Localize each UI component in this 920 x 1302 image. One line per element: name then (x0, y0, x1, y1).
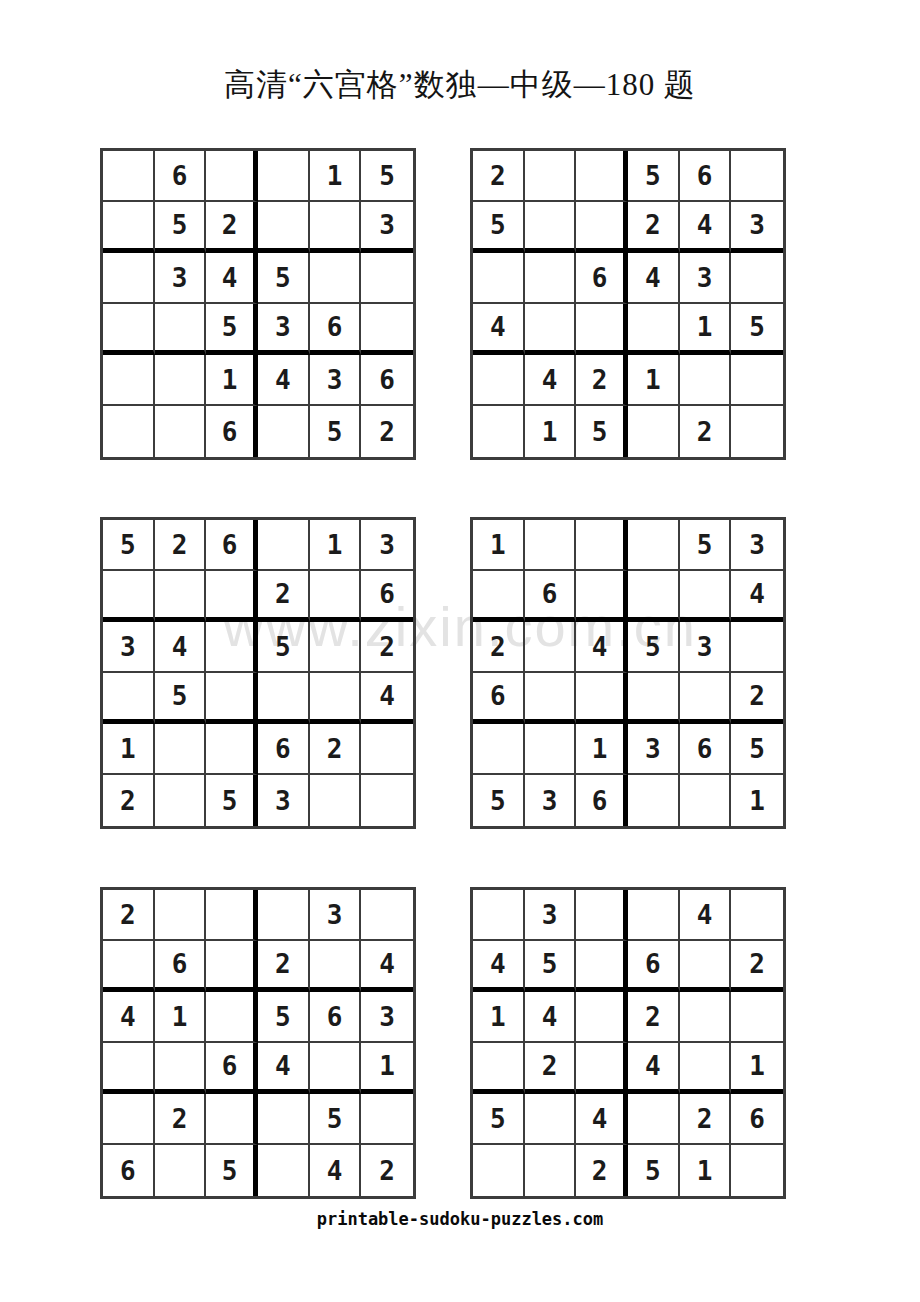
sudoku-cell (628, 1094, 680, 1145)
sudoku-cell (258, 151, 310, 202)
sudoku-board-5: 2362441563641256542 (100, 887, 416, 1199)
sudoku-cell: 5 (258, 992, 310, 1043)
sudoku-cell (361, 304, 413, 355)
sudoku-cell: 3 (103, 622, 155, 673)
sudoku-cell: 2 (361, 622, 413, 673)
sudoku-cell (310, 622, 362, 673)
sudoku-cell: 3 (525, 775, 577, 826)
sudoku-cell (473, 890, 525, 941)
sudoku-cell: 1 (473, 992, 525, 1043)
sudoku-cell (628, 406, 680, 457)
sudoku-cell: 6 (525, 571, 577, 622)
sudoku-cell: 5 (258, 253, 310, 304)
sudoku-cell (731, 355, 783, 406)
sudoku-cell: 6 (576, 253, 628, 304)
sudoku-cell (680, 775, 732, 826)
sudoku-cell (731, 890, 783, 941)
sudoku-cell: 4 (473, 941, 525, 992)
sudoku-cell (473, 355, 525, 406)
sudoku-cell (258, 890, 310, 941)
sudoku-cell: 5 (731, 304, 783, 355)
sudoku-cell: 5 (310, 406, 362, 457)
sudoku-cell (731, 151, 783, 202)
sudoku-cell (258, 673, 310, 724)
sudoku-cell: 2 (628, 202, 680, 253)
sudoku-cell: 1 (576, 724, 628, 775)
sudoku-cell: 2 (155, 520, 207, 571)
sudoku-cell (103, 355, 155, 406)
sudoku-cell (473, 1145, 525, 1196)
sudoku-cell (576, 890, 628, 941)
sudoku-cell (155, 304, 207, 355)
sudoku-cell: 5 (473, 1094, 525, 1145)
sudoku-cell: 3 (525, 890, 577, 941)
sudoku-cell: 5 (206, 1145, 258, 1196)
sudoku-cell (628, 673, 680, 724)
sudoku-cell (731, 1145, 783, 1196)
sudoku-cell: 4 (258, 355, 310, 406)
sudoku-cell (310, 775, 362, 826)
sudoku-cell (310, 1043, 362, 1094)
sudoku-cell (155, 890, 207, 941)
sudoku-cell (576, 992, 628, 1043)
sudoku-cell (103, 571, 155, 622)
sudoku-cell: 1 (103, 724, 155, 775)
sudoku-cell: 5 (628, 1145, 680, 1196)
sudoku-cell (628, 571, 680, 622)
sudoku-cell (628, 775, 680, 826)
sudoku-cell: 2 (361, 406, 413, 457)
sudoku-cell (525, 622, 577, 673)
sudoku-board-6: 3445621422415426251 (470, 887, 786, 1199)
sudoku-cell (525, 673, 577, 724)
sudoku-cell (576, 941, 628, 992)
sudoku-cell (525, 202, 577, 253)
sudoku-cell: 2 (576, 355, 628, 406)
sudoku-cell (473, 253, 525, 304)
sudoku-cell (310, 941, 362, 992)
sudoku-cell: 3 (731, 520, 783, 571)
sudoku-cell: 5 (628, 622, 680, 673)
sudoku-cell: 4 (628, 253, 680, 304)
sudoku-cell: 1 (731, 1043, 783, 1094)
sudoku-cell: 3 (731, 202, 783, 253)
sudoku-cell: 4 (628, 1043, 680, 1094)
sudoku-cell: 3 (258, 304, 310, 355)
sudoku-cell: 6 (576, 775, 628, 826)
sudoku-cell (258, 1145, 310, 1196)
sudoku-cell: 5 (576, 406, 628, 457)
sudoku-cell (525, 1145, 577, 1196)
sudoku-cell: 5 (155, 673, 207, 724)
sudoku-cell (473, 406, 525, 457)
sudoku-cell (731, 253, 783, 304)
sudoku-cell: 5 (731, 724, 783, 775)
sudoku-cell: 1 (310, 520, 362, 571)
sudoku-cell (361, 890, 413, 941)
sudoku-cell (155, 724, 207, 775)
sudoku-cell (680, 673, 732, 724)
sudoku-cell: 2 (155, 1094, 207, 1145)
sudoku-cell (258, 406, 310, 457)
sudoku-cell (680, 571, 732, 622)
sudoku-cell: 3 (361, 992, 413, 1043)
sudoku-cell (206, 571, 258, 622)
sudoku-cell: 6 (310, 304, 362, 355)
sudoku-cell (525, 724, 577, 775)
sudoku-cell: 2 (628, 992, 680, 1043)
sudoku-cell: 2 (258, 941, 310, 992)
sudoku-cell (576, 673, 628, 724)
sudoku-cell (103, 151, 155, 202)
sudoku-cell (576, 151, 628, 202)
sudoku-cell: 1 (206, 355, 258, 406)
sudoku-cell: 4 (576, 1094, 628, 1145)
sudoku-cell: 3 (680, 253, 732, 304)
sudoku-cell (206, 890, 258, 941)
sudoku-cell: 5 (206, 304, 258, 355)
sudoku-cell (310, 253, 362, 304)
sudoku-cell: 2 (680, 406, 732, 457)
sudoku-cell: 4 (103, 992, 155, 1043)
sudoku-cell: 4 (310, 1145, 362, 1196)
sudoku-cell (155, 1145, 207, 1196)
sudoku-cell: 4 (525, 355, 577, 406)
sudoku-cell (525, 1094, 577, 1145)
sudoku-cell (525, 253, 577, 304)
sudoku-cell (628, 304, 680, 355)
sudoku-cell: 2 (258, 571, 310, 622)
sudoku-cell: 3 (628, 724, 680, 775)
sudoku-cell: 2 (310, 724, 362, 775)
sudoku-cell: 4 (473, 304, 525, 355)
sudoku-cell (361, 775, 413, 826)
sudoku-cell: 6 (206, 1043, 258, 1094)
footer-url: printable-sudoku-puzzles.com (0, 1209, 920, 1229)
sudoku-cell: 6 (155, 941, 207, 992)
sudoku-cell: 6 (155, 151, 207, 202)
sudoku-cell: 5 (473, 775, 525, 826)
sudoku-cell: 5 (103, 520, 155, 571)
sudoku-cell: 2 (525, 1043, 577, 1094)
sudoku-cell: 4 (361, 941, 413, 992)
sudoku-cell: 1 (731, 775, 783, 826)
sudoku-cell (680, 1043, 732, 1094)
sudoku-cell: 6 (310, 992, 362, 1043)
sudoku-cell: 2 (473, 622, 525, 673)
sudoku-cell (155, 406, 207, 457)
sudoku-cell: 4 (206, 253, 258, 304)
sudoku-cell: 1 (473, 520, 525, 571)
sudoku-cell: 5 (361, 151, 413, 202)
sudoku-cell: 6 (628, 941, 680, 992)
sudoku-cell (628, 890, 680, 941)
sudoku-cell (576, 1043, 628, 1094)
sudoku-cell (361, 253, 413, 304)
sudoku-cell (155, 355, 207, 406)
sudoku-cell: 5 (206, 775, 258, 826)
sudoku-cell: 5 (473, 202, 525, 253)
page-title: 高清“六宫格”数独—中级—180 题 (0, 64, 920, 106)
sudoku-cell (103, 406, 155, 457)
sudoku-cell: 4 (155, 622, 207, 673)
sudoku-cell: 5 (680, 520, 732, 571)
sudoku-cell (103, 1043, 155, 1094)
sudoku-cell: 2 (103, 890, 155, 941)
sudoku-cell (206, 1094, 258, 1145)
sudoku-cell: 6 (361, 571, 413, 622)
sudoku-cell: 3 (258, 775, 310, 826)
sudoku-cell (206, 941, 258, 992)
sudoku-cell (731, 406, 783, 457)
sudoku-cell: 2 (206, 202, 258, 253)
sudoku-cell: 2 (731, 941, 783, 992)
sudoku-cell: 2 (576, 1145, 628, 1196)
sudoku-cell (361, 1094, 413, 1145)
sudoku-cell (103, 304, 155, 355)
sudoku-cell: 2 (680, 1094, 732, 1145)
sudoku-cell (473, 1043, 525, 1094)
sudoku-cell: 2 (361, 1145, 413, 1196)
sudoku-cell (103, 202, 155, 253)
sudoku-cell: 1 (680, 1145, 732, 1196)
sudoku-cell: 4 (258, 1043, 310, 1094)
sudoku-cell: 6 (258, 724, 310, 775)
sudoku-cell: 5 (155, 202, 207, 253)
sudoku-cell: 4 (576, 622, 628, 673)
sudoku-cell: 5 (628, 151, 680, 202)
sudoku-cell (680, 941, 732, 992)
sudoku-cell: 5 (525, 941, 577, 992)
sudoku-cell (103, 253, 155, 304)
sudoku-cell (310, 202, 362, 253)
sudoku-board-3: 5261326345254162253 (100, 517, 416, 829)
sudoku-cell: 1 (680, 304, 732, 355)
sudoku-cell: 3 (310, 355, 362, 406)
sudoku-cell (473, 571, 525, 622)
sudoku-cell: 1 (628, 355, 680, 406)
sudoku-cell: 3 (361, 520, 413, 571)
sudoku-cell: 3 (680, 622, 732, 673)
sudoku-cell (525, 151, 577, 202)
sudoku-cell (576, 304, 628, 355)
sudoku-cell: 4 (361, 673, 413, 724)
sudoku-cell (155, 571, 207, 622)
sudoku-cell: 3 (310, 890, 362, 941)
sudoku-cell: 6 (680, 151, 732, 202)
sudoku-cell (258, 520, 310, 571)
sudoku-cell (576, 520, 628, 571)
sudoku-cell (576, 202, 628, 253)
sudoku-cell (206, 673, 258, 724)
sudoku-cell (310, 673, 362, 724)
sudoku-cell (206, 992, 258, 1043)
sudoku-cell (731, 992, 783, 1043)
sudoku-cell: 1 (155, 992, 207, 1043)
sudoku-cell (206, 151, 258, 202)
sudoku-cell: 6 (473, 673, 525, 724)
sudoku-cell: 1 (525, 406, 577, 457)
sudoku-cell: 4 (525, 992, 577, 1043)
sudoku-cell (258, 1094, 310, 1145)
sudoku-cell (680, 992, 732, 1043)
sudoku-cell (576, 571, 628, 622)
sudoku-board-4: 1536424536213655361 (470, 517, 786, 829)
sudoku-cell (155, 775, 207, 826)
sudoku-cell (731, 622, 783, 673)
sudoku-cell: 2 (731, 673, 783, 724)
sudoku-cell (680, 355, 732, 406)
sudoku-cell (103, 673, 155, 724)
sudoku-cell: 1 (361, 1043, 413, 1094)
sudoku-cell: 6 (103, 1145, 155, 1196)
sudoku-cell: 2 (473, 151, 525, 202)
sudoku-board-2: 2565243643415421152 (470, 148, 786, 460)
sudoku-cell (206, 622, 258, 673)
sudoku-cell (525, 304, 577, 355)
sudoku-cell: 1 (310, 151, 362, 202)
sudoku-cell: 6 (680, 724, 732, 775)
sudoku-cell: 2 (103, 775, 155, 826)
sudoku-cell: 6 (206, 520, 258, 571)
sudoku-cell (155, 1043, 207, 1094)
sudoku-cell (258, 202, 310, 253)
sudoku-cell (310, 571, 362, 622)
sudoku-cell: 4 (731, 571, 783, 622)
sudoku-cell: 4 (680, 890, 732, 941)
sudoku-cell: 3 (155, 253, 207, 304)
sudoku-cell: 6 (361, 355, 413, 406)
sudoku-cell: 3 (361, 202, 413, 253)
sudoku-cell: 5 (310, 1094, 362, 1145)
sudoku-cell (103, 941, 155, 992)
sudoku-cell (361, 724, 413, 775)
sudoku-cell (206, 724, 258, 775)
sudoku-cell (103, 1094, 155, 1145)
sudoku-cell: 6 (731, 1094, 783, 1145)
sudoku-cell: 5 (258, 622, 310, 673)
sudoku-cell: 4 (680, 202, 732, 253)
sudoku-board-1: 6155233455361436652 (100, 148, 416, 460)
printable-sudoku-page: 高清“六宫格”数独—中级—180 题 www.zixin.com.cn 6155… (0, 0, 920, 1302)
sudoku-cell: 6 (206, 406, 258, 457)
sudoku-cell (473, 724, 525, 775)
sudoku-cell (628, 520, 680, 571)
sudoku-cell (525, 520, 577, 571)
